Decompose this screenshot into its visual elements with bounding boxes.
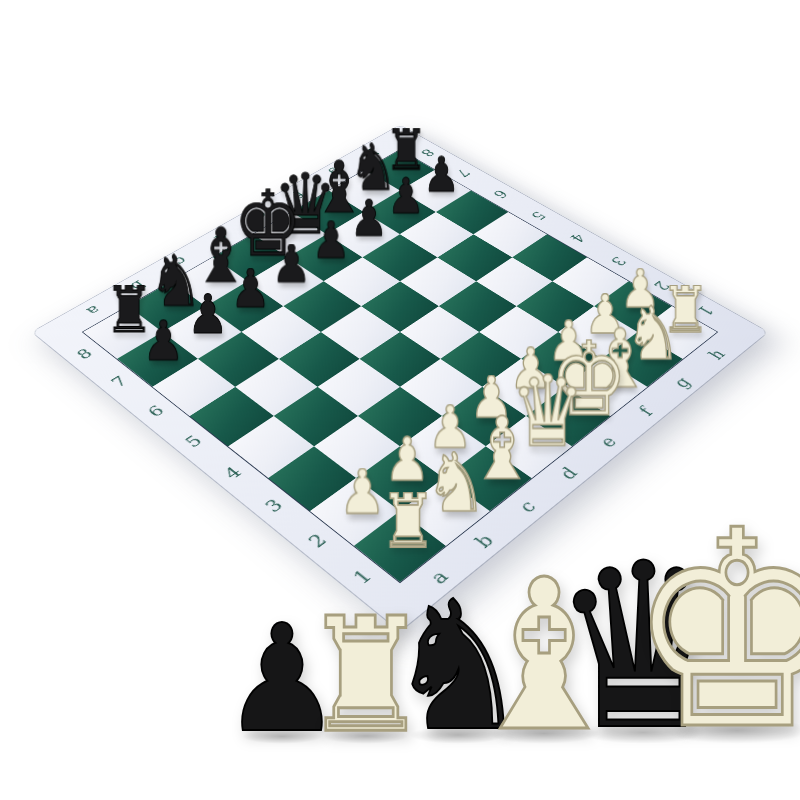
product-photo: abcdefgh abcdefgh 87654321 87654321 ♜♞♝♚…: [0, 0, 800, 800]
foreground-white-king: ♚: [627, 525, 800, 737]
white-king-glyph: ♚: [627, 473, 800, 789]
foreground-pieces-row: ♟♜♞♝♛♚: [0, 0, 800, 800]
